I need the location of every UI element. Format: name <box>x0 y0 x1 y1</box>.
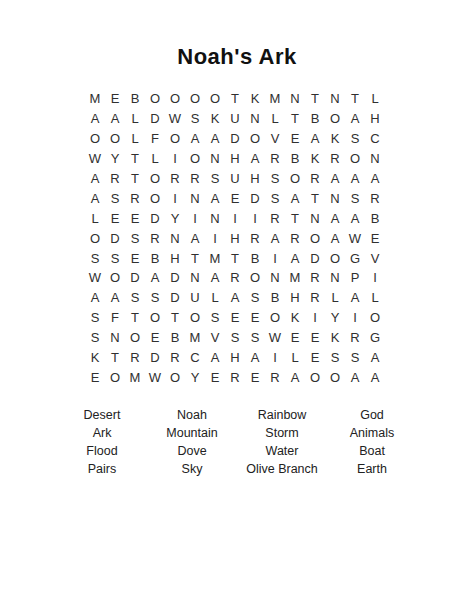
grid-cell: A <box>205 129 225 149</box>
grid-cell: L <box>365 89 385 109</box>
grid-cell: O <box>105 268 125 288</box>
grid-cell: V <box>365 248 385 268</box>
grid-cell: A <box>285 188 305 208</box>
grid-cell: N <box>325 188 345 208</box>
grid-cell: I <box>165 188 185 208</box>
grid-cell: E <box>105 89 125 109</box>
grid-cell: D <box>105 228 125 248</box>
grid-cell: N <box>105 328 125 348</box>
grid-cell: O <box>185 308 205 328</box>
grid-cell: R <box>265 149 285 169</box>
grid-cell: T <box>305 89 325 109</box>
grid-cell: S <box>345 129 365 149</box>
grid-cell: S <box>105 248 125 268</box>
grid-cell: O <box>165 367 185 387</box>
grid-cell: O <box>145 89 165 109</box>
grid-cell: H <box>245 169 265 189</box>
grid-cell: O <box>185 89 205 109</box>
grid-cell: E <box>85 367 105 387</box>
grid-cell: R <box>125 188 145 208</box>
grid-cell: B <box>265 288 285 308</box>
grid-cell: O <box>325 109 345 129</box>
grid-cell: A <box>245 149 265 169</box>
grid-cell: K <box>285 308 305 328</box>
grid-cell: A <box>345 109 365 129</box>
word-item: Flood <box>57 442 147 460</box>
grid-cell: T <box>345 89 365 109</box>
grid-cell: I <box>225 208 245 228</box>
word-list-column-1: DesertArkFloodPairs <box>57 406 147 478</box>
grid-cell: R <box>165 169 185 189</box>
grid-cell: A <box>105 109 125 129</box>
grid-cell: N <box>305 208 325 228</box>
grid-cell: S <box>245 328 265 348</box>
grid-cell: K <box>85 348 105 368</box>
grid-cell: R <box>125 348 145 368</box>
grid-cell: E <box>105 208 125 228</box>
grid-cell: O <box>245 129 265 149</box>
grid-cell: V <box>265 129 285 149</box>
grid-cell: O <box>85 228 105 248</box>
grid-cell: U <box>185 288 205 308</box>
grid-cell: A <box>305 129 325 149</box>
grid-cell: I <box>205 228 225 248</box>
grid-cell: W <box>85 268 105 288</box>
grid-cell: L <box>125 109 145 129</box>
word-item: Storm <box>237 424 327 442</box>
grid-cell: S <box>345 188 365 208</box>
grid-cell: S <box>85 308 105 328</box>
grid-cell: A <box>345 169 365 189</box>
grid-cell: E <box>145 328 165 348</box>
word-item: Noah <box>147 406 237 424</box>
grid-cell: A <box>365 348 385 368</box>
word-item: Water <box>237 442 327 460</box>
grid-cell: O <box>105 129 125 149</box>
grid-cell: O <box>285 169 305 189</box>
grid-cell: D <box>145 208 165 228</box>
grid-cell: R <box>145 228 165 248</box>
word-item: Dove <box>147 442 237 460</box>
grid-cell: O <box>365 308 385 328</box>
grid-cell: E <box>245 367 265 387</box>
grid-cell: L <box>265 109 285 129</box>
grid-cell: B <box>305 109 325 129</box>
grid-cell: V <box>205 328 225 348</box>
grid-cell: A <box>345 367 365 387</box>
grid-cell: L <box>205 288 225 308</box>
grid-cell: S <box>85 248 105 268</box>
grid-cell: D <box>145 348 165 368</box>
grid-cell: N <box>185 268 205 288</box>
grid-cell: K <box>205 109 225 129</box>
grid-cell: A <box>145 268 165 288</box>
grid-cell: A <box>205 268 225 288</box>
grid-cell: B <box>145 248 165 268</box>
grid-cell: T <box>285 109 305 129</box>
grid-cell: R <box>105 169 125 189</box>
grid-cell: E <box>225 308 245 328</box>
grid-cell: S <box>145 288 165 308</box>
grid-cell: N <box>365 149 385 169</box>
grid-cell: A <box>285 367 305 387</box>
grid-cell: A <box>205 188 225 208</box>
word-item: Boat <box>327 442 417 460</box>
grid-cell: W <box>345 228 365 248</box>
grid-cell: C <box>365 129 385 149</box>
grid-cell: T <box>105 348 125 368</box>
grid-cell: I <box>265 348 285 368</box>
grid-cell: O <box>325 367 345 387</box>
grid-cell: A <box>185 129 205 149</box>
grid-cell: H <box>225 348 245 368</box>
grid-cell: I <box>165 149 185 169</box>
grid-cell: O <box>145 169 165 189</box>
grid-cell: O <box>265 308 285 328</box>
grid-cell: O <box>325 248 345 268</box>
grid-cell: A <box>325 169 345 189</box>
grid-cell: C <box>185 348 205 368</box>
grid-cell: S <box>205 308 225 328</box>
grid-cell: S <box>225 328 245 348</box>
grid-cell: N <box>185 188 205 208</box>
word-item: God <box>327 406 417 424</box>
grid-cell: N <box>165 228 185 248</box>
grid-cell: P <box>345 268 365 288</box>
grid-cell: I <box>365 268 385 288</box>
grid-cell: W <box>85 149 105 169</box>
grid-cell: A <box>325 228 345 248</box>
word-item: Pairs <box>57 460 147 478</box>
grid-cell: E <box>305 348 325 368</box>
grid-cell: N <box>205 149 225 169</box>
grid-cell: M <box>205 248 225 268</box>
grid-cell: K <box>305 149 325 169</box>
grid-cell: B <box>245 248 265 268</box>
grid-cell: A <box>205 348 225 368</box>
grid-cell: O <box>105 367 125 387</box>
grid-cell: O <box>165 89 185 109</box>
grid-cell: K <box>325 129 345 149</box>
grid-cell: H <box>225 149 245 169</box>
grid-cell: T <box>125 169 145 189</box>
word-search-page: Noah's Ark MEBOOOOTKMNTNTLAALDWSKUNLTBOA… <box>0 0 474 613</box>
word-item: Desert <box>57 406 147 424</box>
grid-cell: R <box>265 208 285 228</box>
grid-cell: S <box>125 288 145 308</box>
grid-cell: A <box>85 288 105 308</box>
word-item: Sky <box>147 460 237 478</box>
grid-cell: S <box>265 169 285 189</box>
grid-cell: R <box>325 149 345 169</box>
grid-cell: D <box>145 109 165 129</box>
grid-cell: M <box>125 367 145 387</box>
grid-cell: A <box>365 169 385 189</box>
grid-cell: O <box>205 89 225 109</box>
grid-cell: T <box>285 208 305 228</box>
grid-cell: E <box>285 328 305 348</box>
grid-cell: R <box>245 228 265 248</box>
word-item: Earth <box>327 460 417 478</box>
grid-cell: A <box>85 109 105 129</box>
grid-cell: R <box>225 268 245 288</box>
grid-cell: T <box>305 188 325 208</box>
grid-cell: K <box>325 328 345 348</box>
grid-cell: A <box>85 169 105 189</box>
grid-cell: Y <box>105 149 125 169</box>
word-item: Rainbow <box>237 406 327 424</box>
grid-cell: T <box>125 308 145 328</box>
grid-cell: I <box>305 308 325 328</box>
grid-cell: O <box>305 228 325 248</box>
grid-cell: R <box>305 169 325 189</box>
grid-cell: R <box>225 367 245 387</box>
grid-cell: L <box>145 149 165 169</box>
grid-cell: A <box>265 228 285 248</box>
grid-cell: A <box>185 228 205 248</box>
grid-cell: R <box>305 288 325 308</box>
grid-cell: R <box>285 228 305 248</box>
grid-cell: A <box>325 208 345 228</box>
grid-cell: D <box>165 268 185 288</box>
grid-cell: O <box>345 149 365 169</box>
grid-cell: T <box>225 89 245 109</box>
page-title: Noah's Ark <box>0 44 474 70</box>
grid-cell: N <box>205 208 225 228</box>
grid-cell: D <box>225 129 245 149</box>
grid-cell: A <box>345 208 365 228</box>
word-item: Ark <box>57 424 147 442</box>
grid-cell: O <box>85 129 105 149</box>
grid-cell: H <box>225 228 245 248</box>
grid-cell: G <box>365 328 385 348</box>
grid-cell: D <box>165 288 185 308</box>
grid-cell: O <box>145 308 165 328</box>
grid-cell: E <box>365 228 385 248</box>
grid-cell: S <box>105 188 125 208</box>
grid-cell: M <box>185 328 205 348</box>
grid-cell: S <box>325 348 345 368</box>
grid-cell: O <box>125 328 145 348</box>
grid-cell: O <box>245 268 265 288</box>
grid-cell: N <box>265 268 285 288</box>
grid-cell: T <box>225 248 245 268</box>
grid-cell: Y <box>185 367 205 387</box>
grid-cell: R <box>165 348 185 368</box>
grid-cell: D <box>305 248 325 268</box>
grid-cell: A <box>105 288 125 308</box>
grid-cell: M <box>85 89 105 109</box>
grid-cell: B <box>285 149 305 169</box>
grid-cell: R <box>365 188 385 208</box>
grid-cell: U <box>225 169 245 189</box>
grid-cell: K <box>245 89 265 109</box>
grid-cell: I <box>345 308 365 328</box>
grid-cell: R <box>265 367 285 387</box>
grid-cell: A <box>245 348 265 368</box>
grid-cell: W <box>265 328 285 348</box>
word-list-column-2: NoahMountainDoveSky <box>147 406 237 478</box>
grid-cell: N <box>245 109 265 129</box>
grid-cell: T <box>185 248 205 268</box>
grid-cell: G <box>345 248 365 268</box>
grid-cell: A <box>365 367 385 387</box>
grid-cell: R <box>345 328 365 348</box>
grid-cell: A <box>285 248 305 268</box>
grid-cell: E <box>205 367 225 387</box>
word-item: Mountain <box>147 424 237 442</box>
word-list-column-3: RainbowStormWaterOlive Branch <box>237 406 327 478</box>
grid-cell: W <box>165 109 185 129</box>
grid-cell: B <box>165 328 185 348</box>
grid-cell: A <box>85 188 105 208</box>
grid-cell: M <box>265 89 285 109</box>
grid-cell: H <box>165 248 185 268</box>
grid-cell: I <box>265 248 285 268</box>
grid-cell: F <box>145 129 165 149</box>
grid-cell: I <box>185 208 205 228</box>
word-item: Animals <box>327 424 417 442</box>
grid-cell: S <box>265 188 285 208</box>
grid-cell: A <box>225 288 245 308</box>
grid-cell: I <box>245 208 265 228</box>
grid-cell: R <box>305 268 325 288</box>
grid-cell: O <box>145 188 165 208</box>
grid-cell: U <box>225 109 245 129</box>
grid-cell: S <box>185 109 205 129</box>
grid-cell: Y <box>325 308 345 328</box>
grid-cell: W <box>145 367 165 387</box>
grid-cell: O <box>165 129 185 149</box>
grid-cell: D <box>125 268 145 288</box>
grid-cell: L <box>125 129 145 149</box>
grid-cell: N <box>325 268 345 288</box>
grid-cell: E <box>125 208 145 228</box>
grid-cell: E <box>285 129 305 149</box>
grid-cell: E <box>125 248 145 268</box>
grid-cell: S <box>205 169 225 189</box>
grid-cell: R <box>185 169 205 189</box>
grid-cell: S <box>85 328 105 348</box>
grid-cell: E <box>305 328 325 348</box>
grid-cell: E <box>225 188 245 208</box>
grid-cell: L <box>85 208 105 228</box>
grid-cell: L <box>325 288 345 308</box>
grid-cell: L <box>365 288 385 308</box>
grid-cell: Y <box>165 208 185 228</box>
grid-cell: S <box>345 348 365 368</box>
grid-cell: H <box>365 109 385 129</box>
word-list: DesertArkFloodPairsNoahMountainDoveSkyRa… <box>57 406 417 478</box>
grid-cell: N <box>325 89 345 109</box>
grid-cell: E <box>245 308 265 328</box>
grid-cell: M <box>285 268 305 288</box>
grid-cell: L <box>285 348 305 368</box>
grid-cell: O <box>185 149 205 169</box>
grid-cell: B <box>125 89 145 109</box>
word-item: Olive Branch <box>237 460 327 478</box>
grid-cell: D <box>245 188 265 208</box>
grid-cell: T <box>125 149 145 169</box>
grid-cell: T <box>165 308 185 328</box>
word-search-grid: MEBOOOOTKMNTNTLAALDWSKUNLTBOAHOOLFOAADOV… <box>85 89 385 387</box>
grid-cell: A <box>345 288 365 308</box>
grid-cell: B <box>365 208 385 228</box>
grid-cell: S <box>125 228 145 248</box>
grid-cell: F <box>105 308 125 328</box>
word-list-column-4: GodAnimalsBoatEarth <box>327 406 417 478</box>
grid-cell: O <box>305 367 325 387</box>
grid-cell: N <box>285 89 305 109</box>
grid-cell: H <box>285 288 305 308</box>
grid-cell: S <box>245 288 265 308</box>
